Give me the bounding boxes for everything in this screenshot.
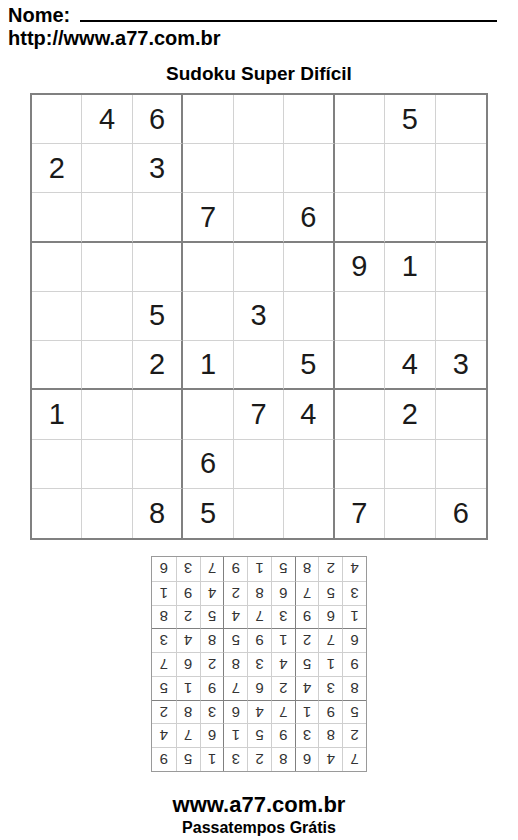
solution-cell-r1c9: 9 [152,747,176,771]
solution-cell-r7c1: 1 [342,605,366,629]
solution-cell-r2c3: 3 [295,723,319,747]
solution-cell-r9c8: 3 [176,557,200,581]
solution-cell-r2c1: 2 [342,723,366,747]
solution-cell-r5c4: 4 [271,652,295,676]
cell-r4c5 [234,243,284,292]
solution-cell-r1c6: 3 [223,747,247,771]
solution-cell-r9c4: 5 [271,557,295,581]
cell-r2c8 [385,144,435,193]
cell-r5c3: 5 [133,292,183,341]
cell-r3c2 [82,193,132,242]
cell-r4c9 [436,243,486,292]
cell-r7c2 [82,390,132,439]
cell-r3c3 [133,193,183,242]
solution-cell-r1c5: 2 [247,747,271,771]
cell-r8c5 [234,440,284,489]
cell-r6c8: 4 [385,341,435,390]
cell-r3c7 [335,193,385,242]
solution-cell-r6c5: 9 [247,628,271,652]
solution-cell-r8c4: 6 [271,581,295,605]
solution-cell-r5c1: 9 [342,652,366,676]
solution-cell-r7c5: 7 [247,605,271,629]
solution-cell-r3c9: 2 [152,700,176,724]
solution-cell-r3c5: 4 [247,700,271,724]
cell-r4c8: 1 [385,243,435,292]
cell-r1c2: 4 [82,95,132,144]
cell-r8c6 [284,440,334,489]
cell-r2c9 [436,144,486,193]
cell-r2c7 [335,144,385,193]
cell-r9c1 [32,489,82,538]
cell-r1c5 [234,95,284,144]
sudoku-puzzle-grid: 4652376915321543174268576 [30,93,488,540]
solution-cell-r8c9: 1 [152,581,176,605]
cell-r6c9: 3 [436,341,486,390]
cell-r6c5 [234,341,284,390]
solution-cell-r7c7: 5 [200,605,224,629]
solution-cell-r6c7: 8 [200,628,224,652]
footer-site: www.a77.com.br [0,792,518,818]
cell-r1c1 [32,95,82,144]
cell-r4c2 [82,243,132,292]
cell-r8c3 [133,440,183,489]
cell-r3c5 [234,193,284,242]
cell-r7c5: 7 [234,390,284,439]
cell-r6c1 [32,341,82,390]
solution-cell-r5c9: 7 [152,652,176,676]
cell-r9c5 [234,489,284,538]
cell-r5c5: 3 [234,292,284,341]
cell-r4c1 [32,243,82,292]
solution-cell-r7c2: 6 [318,605,342,629]
solution-cell-r5c2: 1 [318,652,342,676]
cell-r2c6 [284,144,334,193]
solution-cell-r9c1: 4 [342,557,366,581]
cell-r2c2 [82,144,132,193]
solution-cell-r3c7: 3 [200,700,224,724]
solution-cell-r4c7: 9 [200,676,224,700]
solution-cell-r8c5: 8 [247,581,271,605]
solution-cell-r7c9: 8 [152,605,176,629]
solution-cell-r4c6: 7 [223,676,247,700]
cell-r5c7 [335,292,385,341]
cell-r9c8 [385,489,435,538]
cell-r8c7 [335,440,385,489]
cell-r5c9 [436,292,486,341]
cell-r5c2 [82,292,132,341]
solution-cell-r9c2: 2 [318,557,342,581]
solution-cell-r1c1: 7 [342,747,366,771]
solution-cell-r4c3: 4 [295,676,319,700]
page-title: Sudoku Super Difícil [0,63,518,85]
cell-r7c6: 4 [284,390,334,439]
cell-r3c9 [436,193,486,242]
solution-cell-r9c6: 9 [223,557,247,581]
solution-cell-r5c6: 8 [223,652,247,676]
solution-cell-r2c5: 5 [247,723,271,747]
solution-cell-r2c8: 7 [176,723,200,747]
cell-r1c6 [284,95,334,144]
cell-r4c3 [133,243,183,292]
solution-cell-r7c4: 3 [271,605,295,629]
solution-cell-r6c2: 7 [318,628,342,652]
solution-cell-r3c4: 7 [271,700,295,724]
name-blank-line [80,5,497,22]
cell-r1c9 [436,95,486,144]
cell-r2c3: 3 [133,144,183,193]
solution-cell-r6c3: 2 [295,628,319,652]
cell-r8c2 [82,440,132,489]
site-url: http://www.a77.com.br [8,27,221,50]
cell-r6c7 [335,341,385,390]
solution-cell-r5c7: 2 [200,652,224,676]
cell-r6c6: 5 [284,341,334,390]
footer-tagline: Passatempos Grátis [0,819,518,837]
solution-cell-r9c9: 6 [152,557,176,581]
cell-r8c4: 6 [183,440,233,489]
cell-r9c7: 7 [335,489,385,538]
solution-cell-r6c8: 4 [176,628,200,652]
cell-r4c7: 9 [335,243,385,292]
solution-cell-r3c8: 8 [176,700,200,724]
solution-cell-r8c6: 2 [223,581,247,605]
solution-cell-r5c5: 3 [247,652,271,676]
cell-r7c1: 1 [32,390,82,439]
cell-r5c8 [385,292,435,341]
solution-cell-r8c2: 5 [318,581,342,605]
cell-r7c7 [335,390,385,439]
cell-r8c1 [32,440,82,489]
solution-cell-r6c4: 1 [271,628,295,652]
solution-cell-r6c6: 5 [223,628,247,652]
cell-r5c4 [183,292,233,341]
cell-r9c4: 5 [183,489,233,538]
cell-r1c4 [183,95,233,144]
solution-cell-r2c4: 9 [271,723,295,747]
cell-r1c8: 5 [385,95,435,144]
cell-r6c4: 1 [183,341,233,390]
cell-r5c1 [32,292,82,341]
cell-r3c1 [32,193,82,242]
solution-cell-r5c8: 6 [176,652,200,676]
cell-r6c2 [82,341,132,390]
solution-cell-r3c6: 6 [223,700,247,724]
cell-r9c3: 8 [133,489,183,538]
solution-cell-r8c3: 7 [295,581,319,605]
solution-cell-r4c8: 1 [176,676,200,700]
cell-r6c3: 2 [133,341,183,390]
cell-r3c8 [385,193,435,242]
cell-r8c8 [385,440,435,489]
cell-r5c6 [284,292,334,341]
solution-cell-r4c5: 6 [247,676,271,700]
cell-r1c3: 6 [133,95,183,144]
solution-cell-r6c1: 6 [342,628,366,652]
cell-r9c6 [284,489,334,538]
cell-r4c6 [284,243,334,292]
solution-cell-r7c3: 9 [295,605,319,629]
solution-cell-r4c4: 2 [271,676,295,700]
solution-cell-r6c9: 3 [152,628,176,652]
cell-r2c5 [234,144,284,193]
solution-cell-r7c8: 2 [176,605,200,629]
solution-cell-r8c1: 3 [342,581,366,605]
solution-cell-r2c9: 4 [152,723,176,747]
cell-r8c9 [436,440,486,489]
solution-cell-r7c6: 4 [223,605,247,629]
solution-cell-r1c2: 4 [318,747,342,771]
solution-cell-r3c2: 9 [318,700,342,724]
cell-r3c6: 6 [284,193,334,242]
solution-cell-r3c1: 5 [342,700,366,724]
solution-cell-r4c9: 5 [152,676,176,700]
solution-cell-r9c3: 8 [295,557,319,581]
name-label: Nome: [8,4,70,27]
cell-r7c9 [436,390,486,439]
cell-r2c4 [183,144,233,193]
solution-cell-r2c2: 8 [318,723,342,747]
sudoku-solution-grid: 7468231592839516745917463828342679159154… [151,556,367,772]
solution-cell-r8c8: 9 [176,581,200,605]
cell-r7c3 [133,390,183,439]
cell-r3c4: 7 [183,193,233,242]
solution-cell-r2c6: 1 [223,723,247,747]
cell-r1c7 [335,95,385,144]
solution-cell-r4c1: 8 [342,676,366,700]
cell-r7c4 [183,390,233,439]
cell-r9c9: 6 [436,489,486,538]
solution-cell-r4c2: 3 [318,676,342,700]
name-row: Nome: [8,4,497,27]
cell-r9c2 [82,489,132,538]
solution-cell-r1c3: 6 [295,747,319,771]
solution-cell-r2c7: 6 [200,723,224,747]
solution-cell-r5c3: 5 [295,652,319,676]
solution-cell-r1c7: 1 [200,747,224,771]
solution-cell-r1c8: 5 [176,747,200,771]
solution-cell-r1c4: 8 [271,747,295,771]
cell-r4c4 [183,243,233,292]
solution-cell-r9c7: 7 [200,557,224,581]
cell-r2c1: 2 [32,144,82,193]
solution-cell-r9c5: 1 [247,557,271,581]
solution-cell-r8c7: 4 [200,581,224,605]
solution-cell-r3c3: 1 [295,700,319,724]
cell-r7c8: 2 [385,390,435,439]
